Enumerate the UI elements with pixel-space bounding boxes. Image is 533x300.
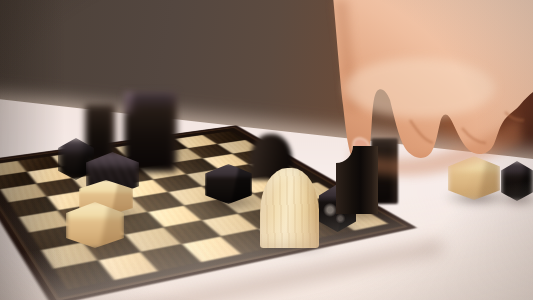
knuckle-crease-3 [505, 112, 524, 120]
scene [0, 0, 533, 300]
hand [0, 0, 533, 300]
knuckle-highlight [345, 58, 495, 118]
